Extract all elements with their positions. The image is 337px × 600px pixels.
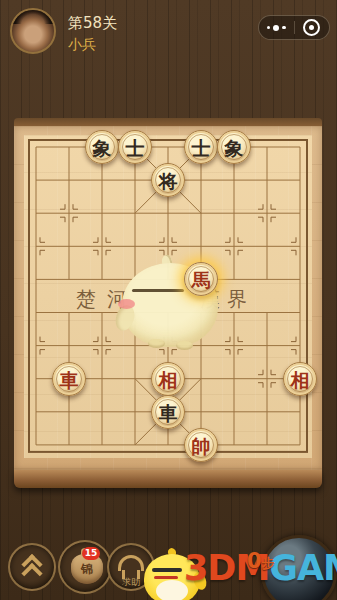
hint-count-badge: 15 [82, 547, 100, 560]
piece-red-elephant[interactable]: 相 [151, 362, 185, 396]
piece-black-chariot[interactable]: 車 [151, 395, 185, 429]
piece-black-advisor[interactable]: 士 [184, 130, 218, 164]
chick-foot [176, 341, 193, 350]
miniprogram-capsule [258, 15, 330, 40]
close-circle-button[interactable] [295, 16, 330, 39]
chick-foot [148, 339, 165, 348]
piece-red-general[interactable]: 帥 [184, 428, 218, 462]
chick-mouth [154, 576, 178, 579]
level-title: 第58关 [68, 14, 117, 33]
board-face[interactable]: 楚河 漢界 象士士象将馬車相相車帥 [14, 126, 322, 470]
step-counter: 0步 [247, 549, 275, 573]
bridge-icon [118, 555, 144, 571]
piece-red-elephant[interactable]: 相 [283, 362, 317, 396]
chick-blush [118, 299, 135, 309]
piece-black-elephant[interactable]: 象 [85, 130, 119, 164]
piece-red-chariot[interactable]: 車 [52, 362, 86, 396]
player-name: 小兵 [68, 36, 96, 54]
target-icon [303, 19, 320, 36]
more-dots-icon [267, 25, 286, 31]
piece-black-advisor[interactable]: 士 [118, 130, 152, 164]
more-options-button[interactable] [259, 16, 294, 39]
xiangqi-board[interactable]: 楚河 漢界 象士士象将馬車相相車帥 [14, 118, 322, 488]
chick-closed-eye [132, 289, 184, 292]
piece-black-general[interactable]: 将 [151, 163, 185, 197]
expand-menu-button[interactable] [8, 543, 56, 591]
chick-brow [152, 568, 182, 572]
board-bottom-edge [14, 470, 322, 488]
piece-black-elephant[interactable]: 象 [217, 130, 251, 164]
avatar[interactable] [10, 8, 56, 54]
